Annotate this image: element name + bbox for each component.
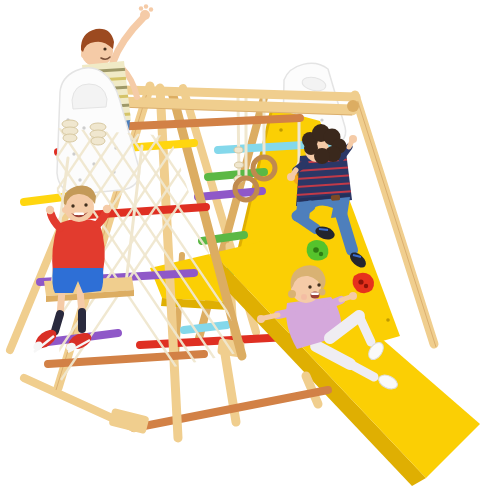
climber-illustration <box>0 0 488 488</box>
product-image: Four toddlers playing on a wooden indoor… <box>0 0 488 488</box>
net-rope-coil <box>90 123 106 145</box>
net-rope-coil <box>62 120 78 142</box>
